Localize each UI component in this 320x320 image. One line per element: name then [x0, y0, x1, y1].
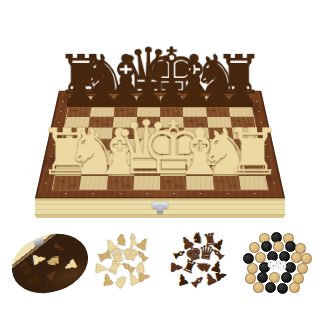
piece-white-pawn: ♟ — [101, 126, 142, 172]
piece-white-rook: ♜ — [224, 120, 282, 184]
square-e7: ♟ — [160, 106, 183, 116]
loose-chess-piece: ♟ — [213, 268, 230, 284]
square-a5 — [62, 127, 88, 138]
square-h6 — [230, 117, 255, 128]
storage-clasp-icon — [33, 237, 45, 247]
coordinate-mark — [146, 193, 148, 194]
inset-checkers-pieces-with-dice — [239, 229, 313, 303]
piece-black-pawn: ♟ — [223, 72, 260, 113]
square-f6 — [183, 117, 207, 128]
piece-white-pawn: ♟ — [49, 126, 90, 172]
piece-black-pawn: ♟ — [84, 72, 121, 113]
clasp-hook — [157, 206, 163, 214]
square-b6 — [89, 117, 114, 128]
coordinate-mark — [227, 193, 229, 194]
coordinate-mark — [263, 133, 265, 134]
fold-seam — [48, 139, 272, 140]
square-f5 — [184, 127, 209, 138]
square-b7: ♟ — [90, 106, 114, 116]
square-f7: ♟ — [183, 106, 207, 116]
coordinate-mark — [56, 133, 58, 134]
die-icon — [267, 259, 276, 268]
square-d5 — [136, 127, 160, 138]
piece-white-bishop: ♝ — [171, 120, 229, 184]
square-f8: ♝ — [182, 96, 205, 106]
square-a7: ♟ — [67, 106, 92, 116]
loose-chess-piece: ♟ — [61, 256, 81, 275]
square-c4 — [110, 139, 136, 151]
piece-black-pawn: ♟ — [176, 72, 213, 113]
square-d7: ♟ — [137, 106, 160, 116]
piece-black-pawn: ♟ — [200, 72, 237, 113]
loose-chess-piece: ♟ — [136, 270, 152, 285]
piece-black-rook: ♜ — [215, 48, 264, 103]
coordinate-mark — [173, 193, 175, 194]
piece-white-pawn: ♟ — [152, 126, 193, 172]
square-a2: ♟ — [55, 163, 83, 176]
square-g4 — [209, 139, 235, 151]
board-front-edge — [35, 198, 285, 218]
square-b2: ♟ — [81, 163, 108, 176]
square-h2: ♟ — [237, 163, 265, 176]
coordinate-mark — [200, 193, 202, 194]
piece-black-king: ♚ — [143, 40, 200, 103]
clasp-latch-icon — [150, 201, 170, 215]
square-c6 — [112, 117, 136, 128]
coordinate-mark — [258, 111, 260, 112]
square-c7: ♟ — [113, 106, 137, 116]
die-pip — [279, 263, 281, 265]
square-c8: ♝ — [114, 96, 137, 106]
checker-tan — [253, 282, 264, 293]
square-d8: ♛ — [137, 96, 160, 106]
square-e8: ♚ — [160, 96, 183, 106]
piece-black-pawn: ♟ — [107, 72, 144, 113]
square-g5 — [208, 127, 233, 138]
coordinate-mark — [58, 122, 60, 123]
checker-tan — [289, 282, 300, 293]
piece-white-knight: ♞ — [65, 120, 123, 184]
coordinate-mark — [267, 156, 269, 157]
square-g8: ♞ — [205, 96, 229, 106]
square-g7: ♟ — [206, 106, 230, 116]
coordinate-mark — [48, 169, 50, 170]
square-h4 — [233, 139, 260, 151]
square-a4 — [60, 139, 87, 151]
inset-dark-wood-chess-pieces: ♟♞♜♟♝♚♛♝♟♜♞♟♟♝♟♟ — [162, 227, 234, 299]
square-e6 — [160, 117, 184, 128]
square-a1: ♜ — [53, 176, 82, 190]
coordinate-mark — [45, 182, 47, 183]
square-f1: ♝ — [186, 176, 214, 190]
coordinate-mark — [62, 101, 64, 102]
piece-white-pawn: ♟ — [204, 126, 245, 172]
square-d2: ♟ — [134, 163, 160, 176]
square-e3 — [160, 151, 186, 163]
square-b3 — [83, 151, 110, 163]
square-b4 — [85, 139, 111, 151]
square-g6 — [207, 117, 232, 128]
die-icon — [277, 260, 286, 269]
square-h1: ♜ — [239, 176, 268, 190]
coordinate-mark — [92, 193, 94, 194]
square-b5 — [87, 127, 112, 138]
square-d3 — [134, 151, 160, 163]
coordinate-mark — [270, 169, 272, 170]
square-e1: ♚ — [160, 176, 187, 190]
coordinate-mark — [254, 193, 256, 194]
piece-white-rook: ♜ — [38, 120, 96, 184]
coordinate-mark — [53, 144, 55, 145]
square-h3 — [235, 151, 262, 163]
square-e2: ♟ — [160, 163, 186, 176]
square-b1: ♞ — [79, 176, 107, 190]
square-b8: ♞ — [92, 96, 116, 106]
piece-black-bishop: ♝ — [169, 48, 218, 103]
product-photo: ♜♞♝♛♚♝♞♜♟♟♟♟♟♟♟♟♟♟♟♟♟♟♟♟♜♞♝♛♚♝♞♜ ♜♟♞♟♝♟♟… — [0, 0, 320, 320]
square-d6 — [136, 117, 160, 128]
piece-black-pawn: ♟ — [130, 72, 167, 113]
square-h7: ♟ — [228, 106, 253, 116]
square-c1: ♝ — [106, 176, 134, 190]
inset-light-wood-chess-pieces: ♟♞♝♟♜♛♚♝♟♜♝♞♟♞♟♟ — [88, 228, 156, 296]
piece-white-pawn: ♟ — [75, 126, 116, 172]
inset-photos: ♜♟♞♟♝♟♟ ♟♞♝♟♜♛♚♝♟♜♝♞♟♞♟♟ ♟♞♜♟♝♚♛♝♟♜♞♟♟♝♟… — [0, 225, 320, 320]
square-f4 — [184, 139, 210, 151]
piece-black-knight: ♞ — [192, 48, 241, 103]
piece-black-bishop: ♝ — [101, 48, 150, 103]
square-e4 — [160, 139, 185, 151]
piece-black-rook: ♜ — [56, 48, 105, 103]
piece-white-queen: ♛ — [113, 111, 180, 185]
piece-white-king: ♚ — [140, 111, 207, 185]
coordinate-mark — [260, 122, 262, 123]
checker-black — [277, 283, 288, 294]
coordinate-mark — [60, 111, 62, 112]
piece-white-pawn: ♟ — [127, 126, 168, 172]
checker-black — [281, 272, 292, 283]
checker-black — [265, 282, 276, 293]
coordinate-mark — [273, 182, 275, 183]
coordinate-mark — [256, 101, 258, 102]
square-h8: ♜ — [227, 96, 251, 106]
piece-black-knight: ♞ — [79, 48, 128, 103]
square-g1: ♞ — [212, 176, 240, 190]
loose-chess-piece: ♟ — [28, 270, 43, 286]
chess-board: ♜♞♝♛♚♝♞♜♟♟♟♟♟♟♟♟♟♟♟♟♟♟♟♟♜♞♝♛♚♝♞♜ — [35, 91, 285, 198]
square-d4 — [135, 139, 160, 151]
square-d1: ♛ — [133, 176, 160, 190]
coordinate-mark — [265, 144, 267, 145]
square-a6 — [65, 117, 90, 128]
square-a3 — [58, 151, 85, 163]
square-c2: ♟ — [108, 163, 135, 176]
coordinate-mark — [119, 193, 121, 194]
coordinate-mark — [51, 156, 53, 157]
square-c3 — [109, 151, 135, 163]
square-g2: ♟ — [211, 163, 238, 176]
piece-white-pawn: ♟ — [178, 126, 219, 172]
square-g3 — [210, 151, 237, 163]
square-a8: ♜ — [69, 96, 93, 106]
die-pip — [270, 261, 272, 263]
board-squares: ♜♞♝♛♚♝♞♜♟♟♟♟♟♟♟♟♟♟♟♟♟♟♟♟♜♞♝♛♚♝♞♜ — [53, 96, 268, 189]
die-pip — [283, 265, 285, 267]
piece-black-pawn: ♟ — [61, 72, 98, 113]
piece-white-bishop: ♝ — [91, 120, 149, 184]
piece-white-knight: ♞ — [198, 120, 256, 184]
piece-white-pawn: ♟ — [230, 126, 271, 172]
square-f2: ♟ — [186, 163, 213, 176]
square-h5 — [231, 127, 257, 138]
die-pip — [272, 265, 274, 267]
square-c5 — [111, 127, 136, 138]
square-f3 — [185, 151, 211, 163]
piece-black-queen: ♛ — [120, 40, 177, 103]
inset-board-storage-interior: ♜♟♞♟♝♟♟ — [4, 224, 96, 302]
square-e5 — [160, 127, 184, 138]
coordinate-mark — [65, 193, 67, 194]
piece-black-pawn: ♟ — [153, 72, 190, 113]
